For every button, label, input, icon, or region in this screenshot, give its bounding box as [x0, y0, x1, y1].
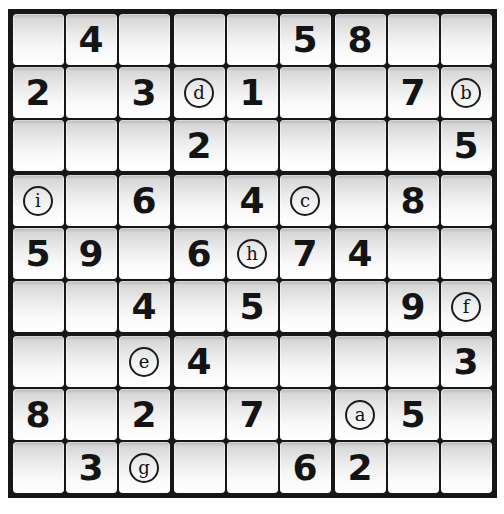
cell-r3c2[interactable]	[66, 120, 117, 171]
cell-r1c6[interactable]: 5	[280, 14, 331, 65]
given-digit: 3	[78, 450, 103, 486]
box-1-2: 5d12	[174, 14, 331, 171]
cell-r3c6[interactable]	[280, 120, 331, 171]
cell-r4c4[interactable]	[174, 175, 225, 226]
given-digit: 2	[347, 450, 372, 486]
cell-r1c3[interactable]	[119, 14, 170, 65]
cell-r5c4[interactable]: 6	[174, 228, 225, 279]
cell-r7c3[interactable]: e	[119, 336, 170, 387]
cell-r3c4[interactable]: 2	[174, 120, 225, 171]
cell-r7c1[interactable]	[13, 336, 64, 387]
cell-r1c5[interactable]	[227, 14, 278, 65]
cell-r4c6[interactable]: c	[280, 175, 331, 226]
cell-r5c1[interactable]: 5	[13, 228, 64, 279]
cell-r5c3[interactable]	[119, 228, 170, 279]
given-digit: 3	[131, 75, 156, 111]
cell-r1c7[interactable]: 8	[335, 14, 386, 65]
given-digit: 8	[400, 183, 425, 219]
box-3-2: 476	[174, 336, 331, 493]
given-digit: 4	[186, 344, 211, 380]
cell-r8c6[interactable]	[280, 389, 331, 440]
given-digit: 2	[25, 75, 50, 111]
cell-r4c8[interactable]: 8	[388, 175, 439, 226]
cell-r5c2[interactable]: 9	[66, 228, 117, 279]
given-digit: 7	[400, 75, 425, 111]
circled-letter-c: c	[290, 186, 320, 216]
cell-r4c3[interactable]: 6	[119, 175, 170, 226]
cell-r2c6[interactable]	[280, 67, 331, 118]
given-digit: 4	[239, 183, 264, 219]
cell-r2c5[interactable]: 1	[227, 67, 278, 118]
given-digit: 7	[239, 397, 264, 433]
given-digit: 9	[78, 236, 103, 272]
cell-r9c7[interactable]: 2	[335, 442, 386, 493]
cell-r7c8[interactable]	[388, 336, 439, 387]
cell-r6c4[interactable]	[174, 281, 225, 332]
cell-r8c1[interactable]: 8	[13, 389, 64, 440]
given-digit: 4	[131, 289, 156, 325]
box-3-3: 3a52	[335, 336, 492, 493]
given-digit: 5	[453, 128, 478, 164]
cell-r9c4[interactable]	[174, 442, 225, 493]
given-digit: 6	[131, 183, 156, 219]
given-digit: 2	[131, 397, 156, 433]
cell-r8c3[interactable]: 2	[119, 389, 170, 440]
cell-r2c8[interactable]: 7	[388, 67, 439, 118]
cell-r3c7[interactable]	[335, 120, 386, 171]
cell-r7c9[interactable]: 3	[441, 336, 492, 387]
cell-r8c5[interactable]: 7	[227, 389, 278, 440]
given-digit: 5	[292, 22, 317, 58]
cell-r6c5[interactable]: 5	[227, 281, 278, 332]
given-digit: 5	[400, 397, 425, 433]
cell-r7c4[interactable]: 4	[174, 336, 225, 387]
box-1-1: 423	[13, 14, 170, 171]
given-digit: 1	[239, 75, 264, 111]
cell-r4c1[interactable]: i	[13, 175, 64, 226]
circled-letter-f: f	[451, 292, 481, 322]
cell-r6c9[interactable]: f	[441, 281, 492, 332]
cell-r7c2[interactable]	[66, 336, 117, 387]
cell-r1c4[interactable]	[174, 14, 225, 65]
given-digit: 7	[292, 236, 317, 272]
cell-r3c8[interactable]	[388, 120, 439, 171]
cell-r2c2[interactable]	[66, 67, 117, 118]
cell-r6c2[interactable]	[66, 281, 117, 332]
cell-r3c5[interactable]	[227, 120, 278, 171]
cell-r9c9[interactable]	[441, 442, 492, 493]
sudoku-puzzle-image: 4235d1287b5i65944c6h75849fe823g4763a52	[0, 0, 504, 514]
cell-r5c9[interactable]	[441, 228, 492, 279]
cell-r3c1[interactable]	[13, 120, 64, 171]
cell-r4c2[interactable]	[66, 175, 117, 226]
cell-r5c5[interactable]: h	[227, 228, 278, 279]
cell-r6c8[interactable]: 9	[388, 281, 439, 332]
given-digit: 2	[186, 128, 211, 164]
cell-r6c7[interactable]	[335, 281, 386, 332]
cell-r7c6[interactable]	[280, 336, 331, 387]
cell-r9c8[interactable]	[388, 442, 439, 493]
circled-letter-i: i	[23, 186, 53, 216]
cell-r4c9[interactable]	[441, 175, 492, 226]
box-1-3: 87b5	[335, 14, 492, 171]
cell-r9c2[interactable]: 3	[66, 442, 117, 493]
box-2-1: i6594	[13, 175, 170, 332]
cell-r5c7[interactable]: 4	[335, 228, 386, 279]
cell-r1c9[interactable]	[441, 14, 492, 65]
given-digit: 4	[78, 22, 103, 58]
circled-letter-b: b	[451, 78, 481, 108]
circled-letter-d: d	[184, 78, 214, 108]
cell-r1c8[interactable]	[388, 14, 439, 65]
box-2-2: 4c6h75	[174, 175, 331, 332]
cell-r9c3[interactable]: g	[119, 442, 170, 493]
cell-r6c1[interactable]	[13, 281, 64, 332]
given-digit: 6	[292, 450, 317, 486]
cell-r8c7[interactable]: a	[335, 389, 386, 440]
box-2-3: 849f	[335, 175, 492, 332]
given-digit: 8	[347, 22, 372, 58]
given-digit: 4	[347, 236, 372, 272]
cell-r9c1[interactable]	[13, 442, 64, 493]
cell-r6c3[interactable]: 4	[119, 281, 170, 332]
cell-r2c4[interactable]: d	[174, 67, 225, 118]
cell-r4c5[interactable]: 4	[227, 175, 278, 226]
given-digit: 8	[25, 397, 50, 433]
cell-r9c5[interactable]	[227, 442, 278, 493]
cell-r3c3[interactable]	[119, 120, 170, 171]
cell-r8c2[interactable]	[66, 389, 117, 440]
sudoku-board: 4235d1287b5i65944c6h75849fe823g4763a52	[8, 9, 497, 498]
circled-letter-a: a	[345, 400, 375, 430]
cell-r2c3[interactable]: 3	[119, 67, 170, 118]
given-digit: 5	[239, 289, 264, 325]
circled-letter-e: e	[129, 347, 159, 377]
cell-r2c9[interactable]: b	[441, 67, 492, 118]
cell-r2c7[interactable]	[335, 67, 386, 118]
cell-r1c1[interactable]	[13, 14, 64, 65]
cell-r4c7[interactable]	[335, 175, 386, 226]
circled-letter-g: g	[129, 453, 159, 483]
given-digit: 3	[453, 344, 478, 380]
cell-r5c6[interactable]: 7	[280, 228, 331, 279]
cell-r1c2[interactable]: 4	[66, 14, 117, 65]
cell-r8c8[interactable]: 5	[388, 389, 439, 440]
circled-letter-h: h	[237, 239, 267, 269]
cell-r9c6[interactable]: 6	[280, 442, 331, 493]
cell-r7c7[interactable]	[335, 336, 386, 387]
given-digit: 5	[25, 236, 50, 272]
cell-r8c9[interactable]	[441, 389, 492, 440]
box-3-1: e823g	[13, 336, 170, 493]
cell-r8c4[interactable]	[174, 389, 225, 440]
cell-r2c1[interactable]: 2	[13, 67, 64, 118]
cell-r7c5[interactable]	[227, 336, 278, 387]
given-digit: 6	[186, 236, 211, 272]
cell-r5c8[interactable]	[388, 228, 439, 279]
cell-r6c6[interactable]	[280, 281, 331, 332]
given-digit: 9	[400, 289, 425, 325]
cell-r3c9[interactable]: 5	[441, 120, 492, 171]
